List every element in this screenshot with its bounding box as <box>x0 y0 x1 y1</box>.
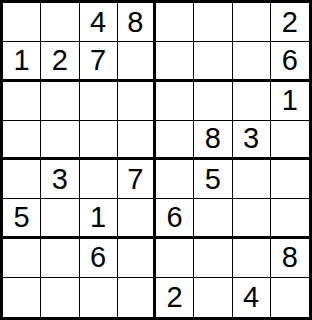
cell-r8c5[interactable]: 2 <box>156 278 194 317</box>
cell-r2c4[interactable] <box>118 42 156 81</box>
cell-r6c1[interactable]: 5 <box>3 199 41 238</box>
cell-r6c3[interactable]: 1 <box>80 199 118 238</box>
cell-r1c3[interactable]: 4 <box>80 3 118 42</box>
cell-r1c7[interactable] <box>233 3 271 42</box>
cell-r5c3[interactable] <box>80 160 118 199</box>
cell-r7c4[interactable] <box>118 239 156 278</box>
cell-r1c5[interactable] <box>156 3 194 42</box>
cell-r1c8[interactable]: 2 <box>271 3 309 42</box>
cell-r7c2[interactable] <box>41 239 79 278</box>
cell-r6c5[interactable]: 6 <box>156 199 194 238</box>
cell-r2c7[interactable] <box>233 42 271 81</box>
cell-r7c8[interactable]: 8 <box>271 239 309 278</box>
cell-r8c1[interactable] <box>3 278 41 317</box>
cell-r3c3[interactable] <box>80 82 118 121</box>
cell-r7c5[interactable] <box>156 239 194 278</box>
cell-r3c1[interactable] <box>3 82 41 121</box>
cell-r5c2[interactable]: 3 <box>41 160 79 199</box>
cell-r8c8[interactable] <box>271 278 309 317</box>
cell-r8c2[interactable] <box>41 278 79 317</box>
cell-r5c8[interactable] <box>271 160 309 199</box>
cell-r2c5[interactable] <box>156 42 194 81</box>
cell-r4c3[interactable] <box>80 121 118 160</box>
cell-r1c4[interactable]: 8 <box>118 3 156 42</box>
cell-r2c3[interactable]: 7 <box>80 42 118 81</box>
cell-r4c8[interactable] <box>271 121 309 160</box>
cell-r7c7[interactable] <box>233 239 271 278</box>
cell-r2c8[interactable]: 6 <box>271 42 309 81</box>
cell-r5c7[interactable] <box>233 160 271 199</box>
cell-r3c7[interactable] <box>233 82 271 121</box>
cell-r3c2[interactable] <box>41 82 79 121</box>
cell-r8c3[interactable] <box>80 278 118 317</box>
cell-r1c2[interactable] <box>41 3 79 42</box>
cell-r2c1[interactable]: 1 <box>3 42 41 81</box>
cell-r3c4[interactable] <box>118 82 156 121</box>
cell-r4c2[interactable] <box>41 121 79 160</box>
cell-r6c4[interactable] <box>118 199 156 238</box>
cell-r1c6[interactable] <box>194 3 232 42</box>
cell-r6c6[interactable] <box>194 199 232 238</box>
cell-r3c8[interactable]: 1 <box>271 82 309 121</box>
cell-r8c7[interactable]: 4 <box>233 278 271 317</box>
cell-r7c6[interactable] <box>194 239 232 278</box>
cell-r5c6[interactable]: 5 <box>194 160 232 199</box>
cell-r6c2[interactable] <box>41 199 79 238</box>
cell-r4c4[interactable] <box>118 121 156 160</box>
cell-r3c5[interactable] <box>156 82 194 121</box>
sudoku-board: 48212761833755166824 <box>0 0 312 320</box>
cell-r5c1[interactable] <box>3 160 41 199</box>
cell-r4c5[interactable] <box>156 121 194 160</box>
cell-r2c6[interactable] <box>194 42 232 81</box>
cell-r8c6[interactable] <box>194 278 232 317</box>
cell-r2c2[interactable]: 2 <box>41 42 79 81</box>
cell-r6c7[interactable] <box>233 199 271 238</box>
cell-r7c3[interactable]: 6 <box>80 239 118 278</box>
cell-r1c1[interactable] <box>3 3 41 42</box>
cell-r7c1[interactable] <box>3 239 41 278</box>
cell-r5c4[interactable]: 7 <box>118 160 156 199</box>
cell-r8c4[interactable] <box>118 278 156 317</box>
cell-r4c1[interactable] <box>3 121 41 160</box>
cell-r3c6[interactable] <box>194 82 232 121</box>
cell-r6c8[interactable] <box>271 199 309 238</box>
cell-r4c6[interactable]: 8 <box>194 121 232 160</box>
cell-r4c7[interactable]: 3 <box>233 121 271 160</box>
cell-r5c5[interactable] <box>156 160 194 199</box>
